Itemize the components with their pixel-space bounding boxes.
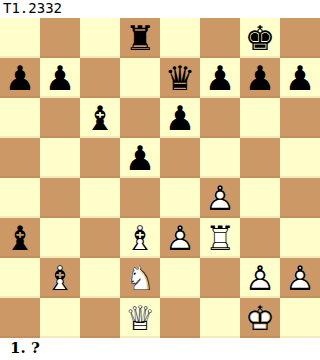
square-h6[interactable]: [280, 98, 320, 138]
piece-black-pawn: ♟: [40, 58, 80, 98]
square-d6[interactable]: [120, 98, 160, 138]
piece-fill-layer: ♟: [280, 58, 320, 98]
square-d2[interactable]: ♞♘: [120, 258, 160, 298]
square-g8[interactable]: ♚: [240, 18, 280, 58]
chess-diagram-page: T1.2332 ♜♚♟♟♛♟♟♟♝♟♟♟♙♝♝♗♟♙♜♖♝♗♞♘♟♙♟♙♛♕♚♔…: [0, 0, 320, 360]
square-d7[interactable]: [120, 58, 160, 98]
square-b7[interactable]: ♟: [40, 58, 80, 98]
square-d5[interactable]: ♟: [120, 138, 160, 178]
piece-outline-layer: ♖: [200, 218, 240, 258]
piece-outline-layer: ♗: [40, 258, 80, 298]
piece-black-pawn: ♟: [120, 138, 160, 178]
square-e6[interactable]: ♟: [160, 98, 200, 138]
square-g5[interactable]: [240, 138, 280, 178]
piece-fill-layer: ♚: [240, 18, 280, 58]
piece-white-pawn: ♟♙: [160, 218, 200, 258]
square-c3[interactable]: [80, 218, 120, 258]
piece-fill-layer: ♝: [0, 218, 40, 258]
square-a2[interactable]: [0, 258, 40, 298]
piece-fill-layer: ♟: [40, 58, 80, 98]
piece-fill-layer: ♜: [120, 18, 160, 58]
piece-fill-layer: ♛: [160, 58, 200, 98]
square-c4[interactable]: [80, 178, 120, 218]
square-a5[interactable]: [0, 138, 40, 178]
square-h5[interactable]: [280, 138, 320, 178]
square-c6[interactable]: ♝: [80, 98, 120, 138]
piece-outline-layer: ♗: [120, 218, 160, 258]
square-a4[interactable]: [0, 178, 40, 218]
square-h3[interactable]: [280, 218, 320, 258]
square-b4[interactable]: [40, 178, 80, 218]
piece-outline-layer: ♕: [120, 298, 160, 338]
square-c1[interactable]: [80, 298, 120, 338]
square-c7[interactable]: [80, 58, 120, 98]
square-f7[interactable]: ♟: [200, 58, 240, 98]
square-b3[interactable]: [40, 218, 80, 258]
square-b6[interactable]: [40, 98, 80, 138]
piece-fill-layer: ♟: [160, 98, 200, 138]
piece-outline-layer: ♘: [120, 258, 160, 298]
piece-white-knight: ♞♘: [120, 258, 160, 298]
square-f2[interactable]: [200, 258, 240, 298]
square-g1[interactable]: ♚♔: [240, 298, 280, 338]
piece-white-pawn: ♟♙: [200, 178, 240, 218]
piece-black-rook: ♜: [120, 18, 160, 58]
piece-outline-layer: ♙: [240, 258, 280, 298]
piece-black-pawn: ♟: [240, 58, 280, 98]
square-a8[interactable]: [0, 18, 40, 58]
square-a7[interactable]: ♟: [0, 58, 40, 98]
square-f8[interactable]: [200, 18, 240, 58]
square-h4[interactable]: [280, 178, 320, 218]
square-d4[interactable]: [120, 178, 160, 218]
square-g3[interactable]: [240, 218, 280, 258]
square-f3[interactable]: ♜♖: [200, 218, 240, 258]
square-h1[interactable]: [280, 298, 320, 338]
square-e7[interactable]: ♛: [160, 58, 200, 98]
square-g7[interactable]: ♟: [240, 58, 280, 98]
piece-black-bishop: ♝: [80, 98, 120, 138]
piece-white-pawn: ♟♙: [240, 258, 280, 298]
square-a1[interactable]: [0, 298, 40, 338]
square-a6[interactable]: [0, 98, 40, 138]
square-c5[interactable]: [80, 138, 120, 178]
square-d8[interactable]: ♜: [120, 18, 160, 58]
piece-fill-layer: ♟: [200, 58, 240, 98]
square-c2[interactable]: [80, 258, 120, 298]
square-f1[interactable]: [200, 298, 240, 338]
chess-board: ♜♚♟♟♛♟♟♟♝♟♟♟♙♝♝♗♟♙♜♖♝♗♞♘♟♙♟♙♛♕♚♔: [0, 18, 320, 338]
square-b5[interactable]: [40, 138, 80, 178]
move-prompt: 1. ?: [0, 338, 320, 360]
piece-black-king: ♚: [240, 18, 280, 58]
square-h8[interactable]: [280, 18, 320, 58]
square-g4[interactable]: [240, 178, 280, 218]
square-f6[interactable]: [200, 98, 240, 138]
piece-white-bishop: ♝♗: [40, 258, 80, 298]
square-c8[interactable]: [80, 18, 120, 58]
piece-fill-layer: ♟: [120, 138, 160, 178]
square-e2[interactable]: [160, 258, 200, 298]
piece-black-pawn: ♟: [160, 98, 200, 138]
piece-outline-layer: ♔: [240, 298, 280, 338]
square-e1[interactable]: [160, 298, 200, 338]
square-g2[interactable]: ♟♙: [240, 258, 280, 298]
puzzle-title: T1.2332: [0, 0, 320, 18]
square-b8[interactable]: [40, 18, 80, 58]
square-a3[interactable]: ♝: [0, 218, 40, 258]
piece-white-rook: ♜♖: [200, 218, 240, 258]
square-h7[interactable]: ♟: [280, 58, 320, 98]
square-f5[interactable]: [200, 138, 240, 178]
piece-black-pawn: ♟: [280, 58, 320, 98]
piece-black-pawn: ♟: [200, 58, 240, 98]
square-b2[interactable]: ♝♗: [40, 258, 80, 298]
square-e8[interactable]: [160, 18, 200, 58]
square-e4[interactable]: [160, 178, 200, 218]
piece-fill-layer: ♟: [0, 58, 40, 98]
square-d1[interactable]: ♛♕: [120, 298, 160, 338]
square-e3[interactable]: ♟♙: [160, 218, 200, 258]
square-e5[interactable]: [160, 138, 200, 178]
piece-fill-layer: ♟: [240, 58, 280, 98]
square-b1[interactable]: [40, 298, 80, 338]
piece-black-bishop: ♝: [0, 218, 40, 258]
piece-outline-layer: ♙: [200, 178, 240, 218]
square-d3[interactable]: ♝♗: [120, 218, 160, 258]
piece-white-king: ♚♔: [240, 298, 280, 338]
piece-black-queen: ♛: [160, 58, 200, 98]
square-f4[interactable]: ♟♙: [200, 178, 240, 218]
piece-white-bishop: ♝♗: [120, 218, 160, 258]
piece-white-queen: ♛♕: [120, 298, 160, 338]
piece-outline-layer: ♙: [280, 258, 320, 298]
piece-fill-layer: ♝: [80, 98, 120, 138]
piece-outline-layer: ♙: [160, 218, 200, 258]
piece-black-pawn: ♟: [0, 58, 40, 98]
square-g6[interactable]: [240, 98, 280, 138]
piece-white-pawn: ♟♙: [280, 258, 320, 298]
square-h2[interactable]: ♟♙: [280, 258, 320, 298]
